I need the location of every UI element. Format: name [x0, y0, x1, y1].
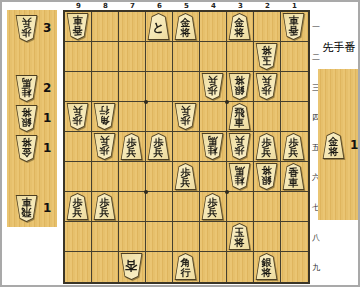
piece-body: 歩兵 — [228, 133, 251, 160]
piece-body: 香車 — [282, 13, 305, 40]
piece-kanji: 香車 — [283, 14, 304, 39]
square-95[interactable] — [65, 132, 92, 162]
piece-body: 銀将 — [15, 105, 38, 132]
square-46[interactable] — [200, 162, 227, 192]
kanji-char: 兵 — [289, 148, 299, 158]
square-15[interactable]: 歩兵 — [281, 132, 308, 162]
piece-gote-p[interactable]: 歩兵 — [93, 133, 116, 160]
piece-kanji: 歩兵 — [94, 134, 115, 159]
square-23[interactable]: 歩兵 — [254, 72, 281, 102]
piece-body: 香車 — [66, 13, 89, 40]
square-67[interactable] — [146, 192, 173, 222]
star-point — [225, 100, 229, 104]
square-97[interactable]: 歩兵 — [65, 192, 92, 222]
kanji-char: 将 — [235, 76, 245, 86]
piece-sente-l[interactable]: 香車 — [282, 163, 305, 190]
kanji-char: 玉 — [262, 56, 272, 66]
kanji-char: 兵 — [208, 76, 218, 86]
piece-gote-p[interactable]: 歩兵 — [228, 133, 251, 160]
piece-body: 歩兵 — [93, 193, 116, 220]
square-72[interactable] — [119, 42, 146, 72]
square-99[interactable] — [65, 252, 92, 282]
piece-kanji: 銀将 — [16, 106, 37, 131]
piece-body: 歩兵 — [201, 73, 224, 100]
piece-kanji: 金将 — [175, 14, 196, 39]
kanji-char: 将 — [181, 28, 191, 38]
file-label-7: 7 — [119, 2, 146, 10]
kanji-char: 角 — [181, 258, 191, 268]
piece-body: 角行 — [93, 103, 116, 130]
square-19[interactable] — [281, 252, 308, 282]
piece-sente-p[interactable]: 歩兵 — [120, 133, 143, 160]
piece-gote-r[interactable]: 飛車 — [15, 195, 38, 222]
kanji-char: 飛 — [22, 208, 32, 218]
piece-sente-p[interactable]: 歩兵 — [174, 163, 197, 190]
file-label-9: 9 — [65, 2, 92, 10]
piece-body: 歩兵 — [255, 133, 278, 160]
square-68[interactable] — [146, 222, 173, 252]
square-25[interactable]: 歩兵 — [254, 132, 281, 162]
kanji-char: 兵 — [235, 136, 245, 146]
piece-body: 歩兵 — [120, 133, 143, 160]
square-73[interactable] — [119, 72, 146, 102]
square-14[interactable] — [281, 102, 308, 132]
square-35[interactable]: 歩兵 — [227, 132, 254, 162]
square-12[interactable] — [281, 42, 308, 72]
square-51[interactable]: 金将 — [173, 12, 200, 42]
piece-kanji: 歩兵 — [94, 194, 115, 219]
piece-body: と — [147, 13, 170, 40]
file-label-4: 4 — [200, 2, 227, 10]
kanji-char: 銀 — [235, 86, 245, 96]
file-labels: 987654321 — [65, 2, 308, 10]
kanji-char: 馬 — [208, 136, 218, 146]
square-39[interactable] — [227, 252, 254, 282]
piece-body: 歩兵 — [282, 133, 305, 160]
kanji-char: 金 — [329, 137, 339, 147]
piece-kanji: 銀将 — [256, 164, 277, 189]
piece-sente-p[interactable]: 歩兵 — [93, 193, 116, 220]
piece-gote-s[interactable]: 銀将 — [255, 163, 278, 190]
kanji-char: 兵 — [100, 136, 110, 146]
kanji-char: 飛 — [235, 108, 245, 118]
piece-gote-l[interactable]: 香車 — [282, 13, 305, 40]
kanji-char: 歩 — [22, 28, 32, 38]
piece-body: 歩兵 — [201, 193, 224, 220]
piece-kanji: 玉将 — [256, 44, 277, 69]
piece-gote-g[interactable]: 金将 — [15, 135, 38, 162]
kanji-char: 歩 — [235, 146, 245, 156]
piece-sente-p[interactable]: 歩兵 — [147, 133, 170, 160]
piece-body: 金将 — [174, 13, 197, 40]
rank-label-1: 一 — [311, 12, 321, 42]
file-label-3: 3 — [227, 2, 254, 10]
hand-gote-n: 桂馬2 — [7, 75, 57, 103]
kanji-char: 歩 — [181, 168, 191, 178]
piece-kanji: 歩兵 — [67, 104, 88, 129]
hand-count: 1 — [43, 141, 51, 155]
piece-kanji: 金将 — [16, 136, 37, 161]
kanji-char: 車 — [235, 118, 245, 128]
piece-kanji: 香車 — [283, 164, 304, 189]
square-53[interactable] — [173, 72, 200, 102]
square-29[interactable]: 銀将 — [254, 252, 281, 282]
shogi-board: 香車と金将金将香車玉将歩兵銀将歩兵歩兵角行歩兵飛車歩兵歩兵歩兵桂馬歩兵歩兵歩兵歩… — [65, 12, 308, 282]
piece-body: 金将 — [228, 13, 251, 40]
square-77[interactable] — [119, 192, 146, 222]
square-31[interactable]: 金将 — [227, 12, 254, 42]
piece-gote-b[interactable]: 角行 — [93, 103, 116, 130]
piece-sente-p[interactable]: 歩兵 — [282, 133, 305, 160]
piece-body: 飛車 — [228, 103, 251, 130]
square-26[interactable]: 銀将 — [254, 162, 281, 192]
kanji-char: 歩 — [262, 86, 272, 96]
kanji-char: 金 — [22, 148, 32, 158]
square-48[interactable] — [200, 222, 227, 252]
kanji-char: 歩 — [73, 198, 83, 208]
piece-body: 金将 — [15, 135, 38, 162]
piece-body: 歩兵 — [147, 133, 170, 160]
square-88[interactable] — [92, 222, 119, 252]
piece-sente-promoted-p[interactable]: と — [147, 13, 170, 40]
square-13[interactable] — [281, 72, 308, 102]
kanji-char: 歩 — [181, 116, 191, 126]
piece-kanji: 歩兵 — [175, 104, 196, 129]
piece-body: 角行 — [174, 253, 197, 280]
kanji-char: 銀 — [262, 258, 272, 268]
piece-kanji: 桂馬 — [202, 134, 223, 159]
square-61[interactable]: と — [146, 12, 173, 42]
square-17[interactable] — [281, 192, 308, 222]
turn-indicator: 先手番 — [316, 40, 360, 55]
piece-sente-g[interactable]: 金将 — [174, 13, 197, 40]
square-82[interactable] — [92, 42, 119, 72]
square-94[interactable]: 歩兵 — [65, 102, 92, 132]
piece-kanji: 歩兵 — [229, 134, 250, 159]
piece-gote-s[interactable]: 銀将 — [228, 73, 251, 100]
square-54[interactable]: 歩兵 — [173, 102, 200, 132]
square-89[interactable] — [92, 252, 119, 282]
kanji-char: 将 — [235, 238, 245, 248]
kanji-char: 将 — [262, 268, 272, 278]
piece-gote-p[interactable]: 歩兵 — [201, 73, 224, 100]
piece-gote-k[interactable]: 玉将 — [255, 43, 278, 70]
piece-body: 歩兵 — [66, 103, 89, 130]
kanji-char: 兵 — [127, 148, 137, 158]
square-16[interactable]: 香車 — [281, 162, 308, 192]
file-label-6: 6 — [146, 2, 173, 10]
piece-kanji: 金将 — [323, 133, 344, 158]
piece-kanji: 桂馬 — [16, 76, 37, 101]
kanji-char: 銀 — [262, 176, 272, 186]
piece-gote-p[interactable]: 歩兵 — [66, 103, 89, 130]
kanji-char: 車 — [22, 198, 32, 208]
kanji-char: 香 — [73, 26, 83, 36]
piece-kanji: 歩兵 — [256, 134, 277, 159]
square-52[interactable] — [173, 42, 200, 72]
piece-kanji: と — [148, 14, 169, 39]
file-label-1: 1 — [281, 2, 308, 10]
kanji-char: 兵 — [262, 148, 272, 158]
piece-sente-g[interactable]: 金将 — [228, 13, 251, 40]
kanji-char: 兵 — [181, 178, 191, 188]
file-label-8: 8 — [92, 2, 119, 10]
kanji-char: 歩 — [208, 198, 218, 208]
sente-captured-tray: 金将1 — [318, 69, 360, 220]
piece-sente-b[interactable]: 角行 — [174, 253, 197, 280]
square-42[interactable] — [200, 42, 227, 72]
piece-body: 桂馬 — [228, 163, 251, 190]
kanji-char: 将 — [329, 147, 339, 157]
hand-gote-s: 銀将1 — [7, 105, 57, 133]
piece-body: 桂馬 — [15, 75, 38, 102]
piece-gote-p[interactable]: 歩兵 — [255, 73, 278, 100]
square-37[interactable] — [227, 192, 254, 222]
square-78[interactable] — [119, 222, 146, 252]
square-21[interactable] — [254, 12, 281, 42]
hand-count: 1 — [43, 201, 51, 215]
kanji-char: 将 — [262, 166, 272, 176]
square-91[interactable]: 香車 — [65, 12, 92, 42]
piece-sente-p[interactable]: 歩兵 — [255, 133, 278, 160]
square-65[interactable]: 歩兵 — [146, 132, 173, 162]
piece-kanji: 飛車 — [16, 196, 37, 221]
hand-sente-g: 金将1 — [318, 132, 360, 160]
piece-sente-r[interactable]: 飛車 — [228, 103, 251, 130]
hand-count: 1 — [43, 111, 51, 125]
piece-kanji: 角行 — [175, 254, 196, 279]
square-47[interactable]: 歩兵 — [200, 192, 227, 222]
kanji-char: 杏 — [126, 259, 138, 272]
kanji-char: 歩 — [289, 138, 299, 148]
kanji-char: 兵 — [154, 148, 164, 158]
kanji-char: 金 — [235, 18, 245, 28]
square-59[interactable]: 角行 — [173, 252, 200, 282]
star-point — [144, 190, 148, 194]
piece-kanji: 歩兵 — [67, 194, 88, 219]
piece-body: 歩兵 — [174, 163, 197, 190]
square-56[interactable]: 歩兵 — [173, 162, 200, 192]
square-45[interactable]: 桂馬 — [200, 132, 227, 162]
kanji-char: 歩 — [127, 138, 137, 148]
file-label-2: 2 — [254, 2, 281, 10]
piece-gote-l[interactable]: 香車 — [66, 13, 89, 40]
gote-captured-tray: 歩兵3桂馬2銀将1金将1飛車1 — [7, 10, 57, 227]
square-74[interactable] — [119, 102, 146, 132]
piece-kanji: 歩兵 — [175, 164, 196, 189]
hand-count: 1 — [350, 138, 358, 152]
square-69[interactable] — [146, 252, 173, 282]
file-label-5: 5 — [173, 2, 200, 10]
kanji-char: 車 — [289, 178, 299, 188]
hand-count: 2 — [43, 81, 51, 95]
kanji-char: 桂 — [235, 176, 245, 186]
piece-body: 歩兵 — [66, 193, 89, 220]
piece-body: 香車 — [282, 163, 305, 190]
piece-gote-s[interactable]: 銀将 — [15, 105, 38, 132]
piece-kanji: 杏 — [121, 254, 142, 279]
kanji-char: 玉 — [235, 228, 245, 238]
square-57[interactable] — [173, 192, 200, 222]
kanji-char: 角 — [100, 116, 110, 126]
kanji-char: 馬 — [235, 166, 245, 176]
square-75[interactable]: 歩兵 — [119, 132, 146, 162]
square-81[interactable] — [92, 12, 119, 42]
square-58[interactable] — [173, 222, 200, 252]
square-87[interactable]: 歩兵 — [92, 192, 119, 222]
piece-body: 歩兵 — [255, 73, 278, 100]
square-92[interactable] — [65, 42, 92, 72]
piece-sente-s[interactable]: 銀将 — [255, 253, 278, 280]
kanji-char: 兵 — [22, 18, 32, 28]
kanji-char: 兵 — [100, 208, 110, 218]
square-28[interactable] — [254, 222, 281, 252]
piece-kanji: 歩兵 — [16, 16, 37, 41]
square-62[interactable] — [146, 42, 173, 72]
square-96[interactable] — [65, 162, 92, 192]
piece-body: 飛車 — [15, 195, 38, 222]
kanji-char: 将 — [235, 28, 245, 38]
square-55[interactable] — [173, 132, 200, 162]
piece-body: 玉将 — [228, 223, 251, 250]
hand-count: 3 — [43, 21, 51, 35]
kanji-char: 将 — [22, 108, 32, 118]
piece-kanji: 歩兵 — [202, 194, 223, 219]
piece-gote-n[interactable]: 桂馬 — [228, 163, 251, 190]
rank-label-8: 八 — [311, 222, 321, 252]
piece-kanji: 歩兵 — [283, 134, 304, 159]
kanji-char: 歩 — [100, 198, 110, 208]
piece-body: 銀将 — [255, 163, 278, 190]
kanji-char: 兵 — [208, 208, 218, 218]
piece-gote-p[interactable]: 歩兵 — [15, 15, 38, 42]
piece-body: 歩兵 — [93, 133, 116, 160]
piece-body: 銀将 — [255, 253, 278, 280]
square-49[interactable] — [200, 252, 227, 282]
piece-kanji: 桂馬 — [229, 164, 250, 189]
piece-kanji: 香車 — [67, 14, 88, 39]
piece-body: 杏 — [120, 253, 143, 280]
kanji-char: 歩 — [154, 138, 164, 148]
kanji-char: 香 — [289, 168, 299, 178]
piece-kanji: 歩兵 — [148, 134, 169, 159]
piece-kanji: 歩兵 — [202, 74, 223, 99]
kanji-char: 金 — [181, 18, 191, 28]
piece-kanji: 角行 — [94, 104, 115, 129]
kanji-char: 歩 — [208, 86, 218, 96]
square-98[interactable] — [65, 222, 92, 252]
square-11[interactable]: 香車 — [281, 12, 308, 42]
square-63[interactable] — [146, 72, 173, 102]
square-76[interactable] — [119, 162, 146, 192]
piece-kanji: 歩兵 — [121, 134, 142, 159]
piece-sente-p[interactable]: 歩兵 — [66, 193, 89, 220]
square-18[interactable] — [281, 222, 308, 252]
kanji-char: 桂 — [22, 88, 32, 98]
kanji-char: 兵 — [73, 208, 83, 218]
kanji-char: 歩 — [73, 116, 83, 126]
square-66[interactable] — [146, 162, 173, 192]
kanji-char: 兵 — [262, 76, 272, 86]
star-point — [144, 100, 148, 104]
hand-gote-r: 飛車1 — [7, 195, 57, 223]
square-22[interactable]: 玉将 — [254, 42, 281, 72]
piece-sente-k[interactable]: 玉将 — [228, 223, 251, 250]
piece-kanji: 歩兵 — [256, 74, 277, 99]
kanji-char: 行 — [181, 268, 191, 278]
piece-body: 桂馬 — [201, 133, 224, 160]
square-93[interactable] — [65, 72, 92, 102]
piece-body: 歩兵 — [174, 103, 197, 130]
kanji-char: 香 — [289, 26, 299, 36]
piece-gote-n[interactable]: 桂馬 — [15, 75, 38, 102]
square-79[interactable]: 杏 — [119, 252, 146, 282]
kanji-char: 兵 — [181, 106, 191, 116]
rank-label-9: 九 — [311, 252, 321, 282]
square-36[interactable]: 桂馬 — [227, 162, 254, 192]
piece-kanji: 玉将 — [229, 224, 250, 249]
square-27[interactable] — [254, 192, 281, 222]
square-34[interactable]: 飛車 — [227, 102, 254, 132]
square-83[interactable] — [92, 72, 119, 102]
square-43[interactable]: 歩兵 — [200, 72, 227, 102]
piece-kanji: 銀将 — [256, 254, 277, 279]
kanji-char: と — [152, 21, 164, 34]
square-33[interactable]: 銀将 — [227, 72, 254, 102]
kanji-char: 桂 — [208, 146, 218, 156]
kanji-char: 銀 — [22, 118, 32, 128]
piece-body: 銀将 — [228, 73, 251, 100]
kanji-char: 歩 — [100, 146, 110, 156]
kanji-char: 将 — [22, 138, 32, 148]
kanji-char: 車 — [289, 16, 299, 26]
square-41[interactable] — [200, 12, 227, 42]
piece-sente-g[interactable]: 金将 — [322, 132, 345, 159]
square-32[interactable] — [227, 42, 254, 72]
kanji-char: 車 — [73, 16, 83, 26]
kanji-char: 歩 — [262, 138, 272, 148]
piece-body: 玉将 — [255, 43, 278, 70]
square-84[interactable]: 角行 — [92, 102, 119, 132]
kanji-char: 兵 — [73, 106, 83, 116]
piece-gote-p[interactable]: 歩兵 — [174, 103, 197, 130]
piece-sente-p[interactable]: 歩兵 — [201, 193, 224, 220]
kanji-char: 馬 — [22, 78, 32, 88]
hand-gote-p: 歩兵3 — [7, 15, 57, 43]
square-86[interactable] — [92, 162, 119, 192]
shogi-game-screen: 歩兵3桂馬2銀将1金将1飛車1 987654321 香車と金将金将香車玉将歩兵銀… — [0, 0, 360, 287]
square-85[interactable]: 歩兵 — [92, 132, 119, 162]
piece-gote-n[interactable]: 桂馬 — [201, 133, 224, 160]
kanji-char: 行 — [100, 106, 110, 116]
star-point — [225, 190, 229, 194]
piece-gote-promoted-l[interactable]: 杏 — [120, 253, 143, 280]
piece-kanji: 銀将 — [229, 74, 250, 99]
hand-gote-g: 金将1 — [7, 135, 57, 163]
square-71[interactable] — [119, 12, 146, 42]
piece-kanji: 飛車 — [229, 104, 250, 129]
kanji-char: 将 — [262, 46, 272, 56]
square-44[interactable] — [200, 102, 227, 132]
piece-body: 歩兵 — [15, 15, 38, 42]
piece-body: 金将 — [322, 132, 345, 159]
square-38[interactable]: 玉将 — [227, 222, 254, 252]
square-24[interactable] — [254, 102, 281, 132]
board-frame: 香車と金将金将香車玉将歩兵銀将歩兵歩兵角行歩兵飛車歩兵歩兵歩兵桂馬歩兵歩兵歩兵歩… — [63, 10, 310, 284]
square-64[interactable] — [146, 102, 173, 132]
piece-kanji: 金将 — [229, 14, 250, 39]
